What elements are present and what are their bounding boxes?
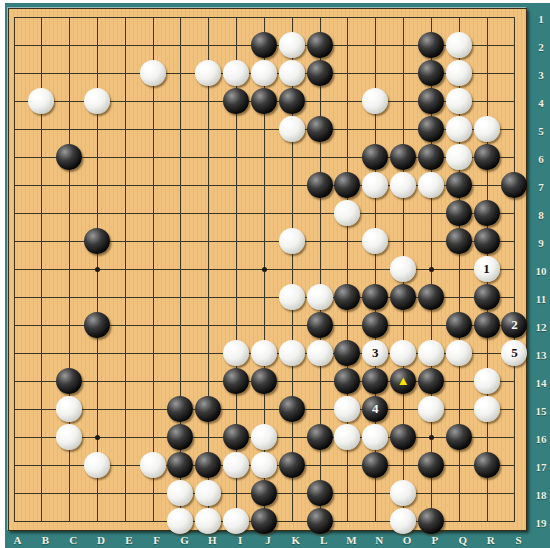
stone-black (334, 368, 360, 394)
stone-black (474, 200, 500, 226)
stone-black (56, 144, 82, 170)
stone-black (307, 424, 333, 450)
stone-black (362, 452, 388, 478)
column-label: S (515, 534, 521, 546)
column-label: D (97, 534, 105, 546)
stone-black (418, 88, 444, 114)
column-label: M (346, 534, 356, 546)
stone-black (390, 284, 416, 310)
stone-white (362, 88, 388, 114)
stone-white (56, 424, 82, 450)
column-label: K (292, 534, 301, 546)
stone-white (334, 200, 360, 226)
stone-black (251, 508, 277, 534)
stone-black (167, 424, 193, 450)
star-point (429, 267, 434, 272)
row-label: 1 (538, 13, 544, 25)
stone-black (195, 396, 221, 422)
stone-black (279, 88, 305, 114)
go-diagram-page: { "game": "go", "title": "go-board-diagr… (0, 0, 550, 548)
stone-black (84, 228, 110, 254)
stone-white (28, 88, 54, 114)
star-point (95, 267, 100, 272)
column-label: J (265, 534, 271, 546)
stone-white (307, 340, 333, 366)
stone-white (167, 480, 193, 506)
row-label: 14 (536, 377, 547, 389)
star-point (95, 435, 100, 440)
stone-black (307, 312, 333, 338)
stone-black (334, 172, 360, 198)
column-label: E (125, 534, 132, 546)
stone-black (251, 368, 277, 394)
column-label: F (153, 534, 160, 546)
row-label: 8 (538, 209, 544, 221)
stone-white (223, 452, 249, 478)
stone-black (390, 424, 416, 450)
stone-black (167, 452, 193, 478)
row-label: 11 (536, 293, 546, 305)
stone-black (390, 144, 416, 170)
stone-black (279, 396, 305, 422)
stone-white (446, 144, 472, 170)
stone-white (334, 396, 360, 422)
stone-white (390, 256, 416, 282)
stone-black (334, 284, 360, 310)
stone-black (418, 508, 444, 534)
stone-black (334, 340, 360, 366)
row-label: 12 (536, 321, 547, 333)
stone-black (362, 144, 388, 170)
move-number-stone: 1 (474, 256, 500, 282)
stone-white (140, 60, 166, 86)
stone-black (195, 452, 221, 478)
stone-white (279, 32, 305, 58)
stone-black (418, 116, 444, 142)
stone-black (307, 32, 333, 58)
stone-white (362, 228, 388, 254)
stone-black (418, 144, 444, 170)
stone-black (251, 480, 277, 506)
stone-black (474, 312, 500, 338)
stone-white (84, 452, 110, 478)
column-label: I (238, 534, 242, 546)
stone-white (195, 480, 221, 506)
row-label: 9 (538, 237, 544, 249)
stone-black (279, 452, 305, 478)
stone-white (195, 508, 221, 534)
stone-white (251, 60, 277, 86)
stone-white (334, 424, 360, 450)
stone-white (223, 508, 249, 534)
row-label: 5 (538, 125, 544, 137)
stone-black (474, 284, 500, 310)
stone-black (418, 60, 444, 86)
stone-black (56, 368, 82, 394)
stone-white (474, 396, 500, 422)
stone-white (418, 172, 444, 198)
goban[interactable]: 12354▲ (8, 8, 527, 531)
stone-white (362, 172, 388, 198)
stone-black (474, 452, 500, 478)
stone-white (307, 284, 333, 310)
stone-white (251, 340, 277, 366)
stone-black (501, 172, 527, 198)
stone-black (223, 424, 249, 450)
column-label: A (14, 534, 22, 546)
stone-black (446, 200, 472, 226)
stone-black (446, 228, 472, 254)
row-label: 6 (538, 153, 544, 165)
stone-white (390, 340, 416, 366)
stone-white (418, 340, 444, 366)
stone-black (167, 396, 193, 422)
stone-black (362, 284, 388, 310)
stone-white (446, 88, 472, 114)
stone-black (446, 312, 472, 338)
stone-white (223, 340, 249, 366)
stone-black (418, 284, 444, 310)
triangle-marker: ▲ (397, 374, 410, 387)
stone-white (390, 172, 416, 198)
stone-white (279, 116, 305, 142)
row-label: 4 (538, 97, 544, 109)
column-label: O (403, 534, 412, 546)
stone-black (307, 172, 333, 198)
column-label: H (208, 534, 217, 546)
row-label: 13 (536, 349, 547, 361)
row-label: 15 (536, 405, 547, 417)
stone-white (279, 340, 305, 366)
stone-white (195, 60, 221, 86)
stone-white (279, 284, 305, 310)
stone-white (446, 32, 472, 58)
move-number-stone: 5 (501, 340, 527, 366)
stone-black (84, 312, 110, 338)
stone-black (362, 312, 388, 338)
stone-black (418, 32, 444, 58)
stone-black (307, 60, 333, 86)
stone-white (279, 60, 305, 86)
stone-white (418, 396, 444, 422)
stone-white (474, 116, 500, 142)
stone-black (223, 368, 249, 394)
stone-white (167, 508, 193, 534)
stone-black (418, 452, 444, 478)
star-point (262, 267, 267, 272)
star-point (429, 435, 434, 440)
stone-black (474, 228, 500, 254)
stone-black (307, 508, 333, 534)
stone-white (446, 60, 472, 86)
stone-white (223, 60, 249, 86)
stone-white (251, 424, 277, 450)
row-label: 17 (536, 461, 547, 473)
column-label: P (432, 534, 439, 546)
stone-white (251, 452, 277, 478)
stone-white (84, 88, 110, 114)
stone-black (418, 368, 444, 394)
column-label: C (69, 534, 77, 546)
column-label: R (487, 534, 495, 546)
stone-white (390, 508, 416, 534)
stone-black (251, 88, 277, 114)
row-label: 2 (538, 41, 544, 53)
stone-white (140, 452, 166, 478)
stone-black (446, 424, 472, 450)
row-label: 16 (536, 433, 547, 445)
column-label: G (180, 534, 189, 546)
stone-white (56, 396, 82, 422)
stone-white (446, 340, 472, 366)
stone-black (307, 480, 333, 506)
stone-black (251, 32, 277, 58)
stone-black (362, 368, 388, 394)
stone-black (223, 88, 249, 114)
row-label: 7 (538, 181, 544, 193)
stone-black (474, 144, 500, 170)
stone-white (474, 368, 500, 394)
row-label: 18 (536, 489, 547, 501)
grid-line-vertical (514, 17, 515, 522)
stone-black (307, 116, 333, 142)
column-label: Q (458, 534, 467, 546)
move-number-stone: 4 (362, 396, 388, 422)
row-label: 19 (536, 517, 547, 529)
move-number-stone: 3 (362, 340, 388, 366)
stone-white (390, 480, 416, 506)
move-number-stone: 2 (501, 312, 527, 338)
stone-black (446, 172, 472, 198)
column-label: N (375, 534, 383, 546)
column-label: L (320, 534, 327, 546)
row-label: 10 (536, 265, 547, 277)
stone-white (279, 228, 305, 254)
stone-white (446, 116, 472, 142)
stone-white (362, 424, 388, 450)
row-label: 3 (538, 69, 544, 81)
column-label: B (42, 534, 49, 546)
